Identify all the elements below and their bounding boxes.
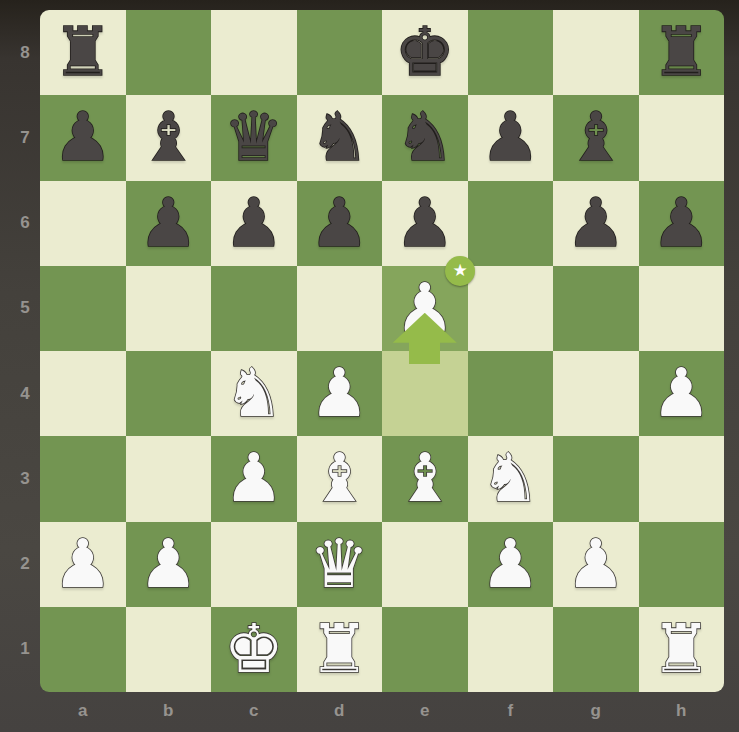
black-king-e8[interactable]: ♚ [395, 19, 455, 86]
square-c7[interactable]: ♛ [211, 95, 297, 180]
square-b3[interactable] [126, 436, 212, 521]
square-g3[interactable] [553, 436, 639, 521]
white-bishop-e3[interactable]: ♝ [395, 445, 455, 512]
square-b4[interactable] [126, 351, 212, 436]
white-pawn-h4[interactable]: ♟ [651, 360, 711, 427]
black-pawn-c6[interactable]: ♟ [224, 190, 284, 257]
black-rook-a8[interactable]: ♜ [53, 19, 113, 86]
square-a6[interactable] [40, 181, 126, 266]
white-knight-c4[interactable]: ♞ [224, 360, 284, 427]
rank-label-4: 4 [12, 351, 38, 436]
square-a2[interactable]: ♟ [40, 522, 126, 607]
square-d8[interactable] [297, 10, 383, 95]
square-a5[interactable] [40, 266, 126, 351]
white-queen-d2[interactable]: ♛ [309, 531, 369, 598]
square-a7[interactable]: ♟ [40, 95, 126, 180]
white-rook-d1[interactable]: ♜ [309, 616, 369, 683]
rank-label-3: 3 [12, 436, 38, 521]
square-g1[interactable] [553, 607, 639, 692]
square-e3[interactable]: ♝ [382, 436, 468, 521]
square-a3[interactable] [40, 436, 126, 521]
black-queen-c7[interactable]: ♛ [224, 104, 284, 171]
square-f2[interactable]: ♟ [468, 522, 554, 607]
rank-label-1: 1 [12, 607, 38, 692]
file-label-b: b [126, 692, 212, 730]
file-label-g: g [553, 692, 639, 730]
square-g2[interactable]: ♟ [553, 522, 639, 607]
square-b7[interactable]: ♝ [126, 95, 212, 180]
square-h2[interactable] [639, 522, 725, 607]
square-a4[interactable] [40, 351, 126, 436]
square-d5[interactable] [297, 266, 383, 351]
square-e1[interactable] [382, 607, 468, 692]
black-pawn-a7[interactable]: ♟ [53, 104, 113, 171]
square-f4[interactable] [468, 351, 554, 436]
white-pawn-f2[interactable]: ♟ [480, 531, 540, 598]
black-pawn-g6[interactable]: ♟ [566, 190, 626, 257]
white-pawn-b2[interactable]: ♟ [138, 531, 198, 598]
white-pawn-e5[interactable]: ♟ [395, 275, 455, 342]
black-rook-h8[interactable]: ♜ [651, 19, 711, 86]
black-bishop-b7[interactable]: ♝ [138, 104, 198, 171]
square-f1[interactable] [468, 607, 554, 692]
black-pawn-f7[interactable]: ♟ [480, 104, 540, 171]
square-h6[interactable]: ♟ [639, 181, 725, 266]
square-g5[interactable] [553, 266, 639, 351]
file-label-d: d [297, 692, 383, 730]
square-c6[interactable]: ♟ [211, 181, 297, 266]
square-h3[interactable] [639, 436, 725, 521]
square-e8[interactable]: ♚ [382, 10, 468, 95]
square-d7[interactable]: ♞ [297, 95, 383, 180]
square-e2[interactable] [382, 522, 468, 607]
app-background: ♜♚♜♟♝♛♞♞♟♝♟♟♟♟♟♟♟♞♟♟♟♝♝♞♟♟♛♟♟♚♜♜★ 876543… [0, 0, 739, 732]
file-label-e: e [382, 692, 468, 730]
square-h8[interactable]: ♜ [639, 10, 725, 95]
square-b2[interactable]: ♟ [126, 522, 212, 607]
square-e5[interactable]: ♟ [382, 266, 468, 351]
square-c5[interactable] [211, 266, 297, 351]
square-h1[interactable]: ♜ [639, 607, 725, 692]
black-pawn-h6[interactable]: ♟ [651, 190, 711, 257]
square-b1[interactable] [126, 607, 212, 692]
square-c1[interactable]: ♚ [211, 607, 297, 692]
square-f7[interactable]: ♟ [468, 95, 554, 180]
square-d6[interactable]: ♟ [297, 181, 383, 266]
black-pawn-e6[interactable]: ♟ [395, 190, 455, 257]
rank-label-8: 8 [12, 10, 38, 95]
white-knight-f3[interactable]: ♞ [480, 445, 540, 512]
square-c2[interactable] [211, 522, 297, 607]
square-f8[interactable] [468, 10, 554, 95]
rank-label-6: 6 [12, 181, 38, 266]
white-king-c1[interactable]: ♚ [224, 616, 284, 683]
rank-label-7: 7 [12, 95, 38, 180]
file-label-f: f [468, 692, 554, 730]
white-pawn-a2[interactable]: ♟ [53, 531, 113, 598]
square-a1[interactable] [40, 607, 126, 692]
file-label-c: c [211, 692, 297, 730]
square-h7[interactable] [639, 95, 725, 180]
square-e4[interactable] [382, 351, 468, 436]
square-d2[interactable]: ♛ [297, 522, 383, 607]
chess-board[interactable]: ♜♚♜♟♝♛♞♞♟♝♟♟♟♟♟♟♟♞♟♟♟♝♝♞♟♟♛♟♟♚♜♜★ [40, 10, 724, 692]
square-f3[interactable]: ♞ [468, 436, 554, 521]
square-b6[interactable]: ♟ [126, 181, 212, 266]
black-knight-e7[interactable]: ♞ [395, 104, 455, 171]
square-c4[interactable]: ♞ [211, 351, 297, 436]
square-g6[interactable]: ♟ [553, 181, 639, 266]
square-g8[interactable] [553, 10, 639, 95]
rank-label-5: 5 [12, 266, 38, 351]
square-a8[interactable]: ♜ [40, 10, 126, 95]
file-label-a: a [40, 692, 126, 730]
white-rook-h1[interactable]: ♜ [651, 616, 711, 683]
white-pawn-c3[interactable]: ♟ [224, 445, 284, 512]
black-bishop-g7[interactable]: ♝ [566, 104, 626, 171]
square-b5[interactable] [126, 266, 212, 351]
black-pawn-d6[interactable]: ♟ [309, 190, 369, 257]
black-pawn-b6[interactable]: ♟ [138, 190, 198, 257]
square-f6[interactable] [468, 181, 554, 266]
square-d4[interactable]: ♟ [297, 351, 383, 436]
square-b8[interactable] [126, 10, 212, 95]
square-e6[interactable]: ♟ [382, 181, 468, 266]
square-g7[interactable]: ♝ [553, 95, 639, 180]
square-d3[interactable]: ♝ [297, 436, 383, 521]
square-f5[interactable] [468, 266, 554, 351]
white-pawn-d4[interactable]: ♟ [309, 360, 369, 427]
square-e7[interactable]: ♞ [382, 95, 468, 180]
white-pawn-g2[interactable]: ♟ [566, 531, 626, 598]
square-h5[interactable] [639, 266, 725, 351]
file-label-h: h [639, 692, 725, 730]
black-knight-d7[interactable]: ♞ [309, 104, 369, 171]
square-h4[interactable]: ♟ [639, 351, 725, 436]
square-c8[interactable] [211, 10, 297, 95]
rank-label-2: 2 [12, 522, 38, 607]
white-bishop-d3[interactable]: ♝ [309, 445, 369, 512]
square-c3[interactable]: ♟ [211, 436, 297, 521]
square-d1[interactable]: ♜ [297, 607, 383, 692]
square-g4[interactable] [553, 351, 639, 436]
